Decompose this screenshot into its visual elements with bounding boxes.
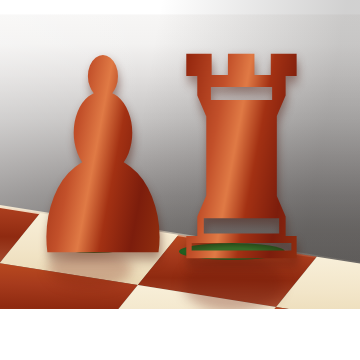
product-photo: ♟ ♜ [0,0,360,360]
photo-matte-bottom [0,309,360,360]
rook-piece: ♜ [154,21,330,301]
